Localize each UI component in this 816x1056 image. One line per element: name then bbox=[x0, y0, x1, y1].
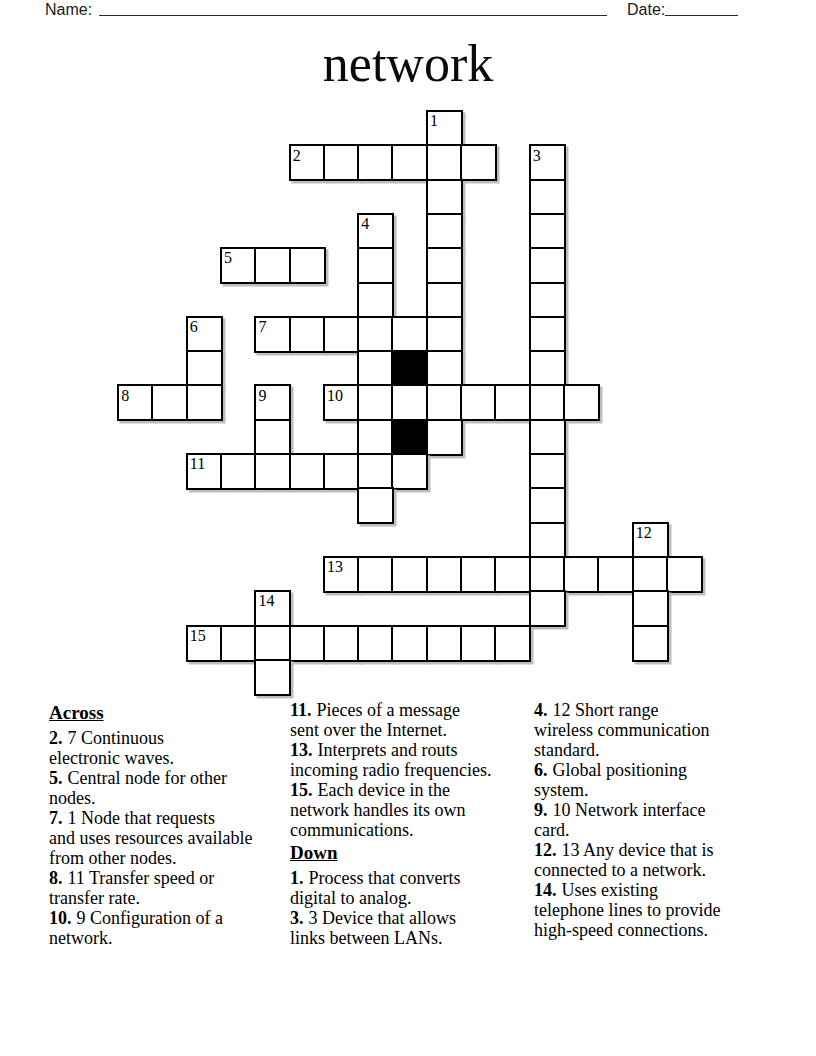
grid-cell[interactable] bbox=[357, 453, 394, 490]
grid-cell[interactable] bbox=[426, 625, 463, 662]
grid-cell[interactable] bbox=[289, 625, 326, 662]
grid-cell[interactable] bbox=[632, 590, 669, 627]
grid-cell[interactable] bbox=[632, 522, 669, 559]
grid-cell[interactable] bbox=[391, 556, 428, 593]
date-blank-line bbox=[665, 0, 738, 16]
grid-cell[interactable] bbox=[632, 556, 669, 593]
clue-number: 6. bbox=[534, 760, 548, 780]
clue: 13.Interprets and routs incoming radio f… bbox=[290, 740, 532, 780]
clue-text: Uses existing telephone lines to provide… bbox=[534, 880, 720, 940]
grid-cell[interactable] bbox=[254, 419, 291, 456]
grid-cell[interactable] bbox=[254, 316, 291, 353]
grid-cell[interactable] bbox=[426, 282, 463, 319]
grid-cell[interactable] bbox=[529, 144, 566, 181]
grid-cell[interactable] bbox=[186, 316, 223, 353]
date-label: Date: bbox=[627, 1, 665, 19]
grid-cell[interactable] bbox=[632, 625, 669, 662]
grid-cell[interactable] bbox=[323, 316, 360, 353]
grid-cell[interactable] bbox=[323, 144, 360, 181]
clue-number: 7. bbox=[49, 808, 63, 828]
clue-number: 15. bbox=[290, 780, 313, 800]
grid-cell[interactable] bbox=[426, 144, 463, 181]
grid-cell[interactable] bbox=[289, 316, 326, 353]
grid-cell[interactable] bbox=[426, 316, 463, 353]
grid-cell[interactable] bbox=[529, 419, 566, 456]
grid-cell[interactable] bbox=[391, 316, 428, 353]
clue-text: 7 Continuous electronic waves. bbox=[49, 728, 174, 768]
grid-cell[interactable] bbox=[426, 213, 463, 250]
clue: 15.Each device in the network handles it… bbox=[290, 780, 532, 840]
clue-number: 10. bbox=[49, 908, 72, 928]
clue: 8.11 Transfer speed or transfer rate. bbox=[49, 868, 291, 908]
grid-cell[interactable] bbox=[357, 316, 394, 353]
grid-cell[interactable] bbox=[391, 144, 428, 181]
clue-number: 3. bbox=[290, 908, 304, 928]
clue-text: 3 Device that allows links between LANs. bbox=[290, 908, 456, 948]
grid-cell-black bbox=[391, 419, 428, 456]
clue-text: 10 Network interface card. bbox=[534, 800, 705, 840]
grid-cell[interactable] bbox=[460, 144, 497, 181]
clue-number: 5. bbox=[49, 768, 63, 788]
grid-cell[interactable] bbox=[186, 625, 223, 662]
grid-cell[interactable] bbox=[357, 350, 394, 387]
clue-number: 1. bbox=[290, 868, 304, 888]
grid-cell[interactable] bbox=[254, 247, 291, 284]
grid-cell[interactable] bbox=[529, 556, 566, 593]
grid-cell[interactable] bbox=[426, 419, 463, 456]
grid-cell[interactable] bbox=[357, 213, 394, 250]
clue-text: Interprets and routs incoming radio freq… bbox=[290, 740, 491, 780]
clue-text: 11 Transfer speed or transfer rate. bbox=[49, 868, 214, 908]
grid-cell[interactable] bbox=[254, 384, 291, 421]
clue-text: Each device in the network handles its o… bbox=[290, 780, 465, 840]
grid-cell[interactable] bbox=[529, 316, 566, 353]
grid-cell[interactable] bbox=[666, 556, 703, 593]
puzzle-title: network bbox=[0, 38, 816, 90]
clue-number: 8. bbox=[49, 868, 63, 888]
grid-cell[interactable] bbox=[426, 179, 463, 216]
grid-cell[interactable] bbox=[563, 556, 600, 593]
grid-cell[interactable] bbox=[529, 213, 566, 250]
grid-cell[interactable] bbox=[426, 247, 463, 284]
clue-list-header: Down bbox=[290, 842, 532, 864]
grid-cell[interactable] bbox=[529, 590, 566, 627]
grid-cell[interactable] bbox=[289, 144, 326, 181]
grid-cell[interactable] bbox=[357, 487, 394, 524]
grid-cell[interactable] bbox=[391, 625, 428, 662]
grid-cell[interactable] bbox=[357, 282, 394, 319]
grid-cell[interactable] bbox=[323, 384, 360, 421]
grid-cell[interactable] bbox=[186, 350, 223, 387]
grid-cell[interactable] bbox=[289, 453, 326, 490]
grid-cell[interactable] bbox=[529, 350, 566, 387]
clue: 1.Process that converts digital to analo… bbox=[290, 868, 532, 908]
grid-cell[interactable] bbox=[529, 282, 566, 319]
clue-text: Global positioning system. bbox=[534, 760, 687, 800]
clue-number: 4. bbox=[534, 700, 548, 720]
grid-cell[interactable] bbox=[323, 625, 360, 662]
grid-cell[interactable] bbox=[494, 625, 531, 662]
grid-cell[interactable] bbox=[357, 247, 394, 284]
clue-column-right: 4.12 Short range wireless communication … bbox=[534, 700, 776, 940]
clue: 11.Pieces of a message sent over the Int… bbox=[290, 700, 532, 740]
crossword-grid: 123456789101112131415 bbox=[117, 110, 703, 696]
grid-cell[interactable] bbox=[391, 453, 428, 490]
clue-text: 12 Short range wireless communication st… bbox=[534, 700, 709, 760]
grid-cell[interactable] bbox=[151, 384, 188, 421]
grid-cell[interactable] bbox=[357, 625, 394, 662]
grid-cell[interactable] bbox=[460, 625, 497, 662]
clue-column-middle: 11.Pieces of a message sent over the Int… bbox=[290, 700, 532, 948]
clue: 7.1 Node that requests and uses resource… bbox=[49, 808, 291, 868]
clue-list-header: Across bbox=[49, 702, 291, 724]
clue: 2.7 Continuous electronic waves. bbox=[49, 728, 291, 768]
clue-column-left: Across2.7 Continuous electronic waves.5.… bbox=[49, 700, 291, 948]
name-date-header: Name: Date: bbox=[0, 0, 816, 22]
grid-cell[interactable] bbox=[460, 384, 497, 421]
clue-number: 14. bbox=[534, 880, 557, 900]
clue: 10.9 Configuration of a network. bbox=[49, 908, 291, 948]
grid-cell[interactable] bbox=[426, 384, 463, 421]
clue: 4.12 Short range wireless communication … bbox=[534, 700, 776, 760]
grid-cell[interactable] bbox=[529, 453, 566, 490]
grid-cell[interactable] bbox=[529, 247, 566, 284]
grid-cell[interactable] bbox=[254, 590, 291, 627]
clue: 12.13 Any device that is connected to a … bbox=[534, 840, 776, 880]
grid-cell[interactable] bbox=[460, 556, 497, 593]
grid-cell[interactable] bbox=[117, 384, 154, 421]
clue-text: Central node for other nodes. bbox=[49, 768, 227, 808]
clue-text: 1 Node that requests and uses resources … bbox=[49, 808, 252, 868]
name-label: Name: bbox=[45, 1, 92, 19]
clue: 5.Central node for other nodes. bbox=[49, 768, 291, 808]
grid-cell[interactable] bbox=[357, 384, 394, 421]
grid-cell[interactable] bbox=[529, 179, 566, 216]
grid-cell[interactable] bbox=[426, 556, 463, 593]
grid-cell[interactable] bbox=[186, 384, 223, 421]
grid-cell[interactable] bbox=[357, 556, 394, 593]
clue-number: 12. bbox=[534, 840, 557, 860]
clue: 9.10 Network interface card. bbox=[534, 800, 776, 840]
grid-cell[interactable] bbox=[254, 659, 291, 696]
grid-cell[interactable] bbox=[254, 625, 291, 662]
grid-cell[interactable] bbox=[357, 144, 394, 181]
clue: 14.Uses existing telephone lines to prov… bbox=[534, 880, 776, 940]
clue: 3.3 Device that allows links between LAN… bbox=[290, 908, 532, 948]
grid-cell[interactable] bbox=[563, 384, 600, 421]
grid-cell[interactable] bbox=[426, 110, 463, 147]
grid-cell[interactable] bbox=[357, 419, 394, 456]
grid-cell[interactable] bbox=[529, 487, 566, 524]
worksheet-page: Name: Date: network 12345678910111213141… bbox=[0, 0, 816, 1056]
grid-cell[interactable] bbox=[391, 384, 428, 421]
grid-cell[interactable] bbox=[494, 556, 531, 593]
grid-cell[interactable] bbox=[323, 556, 360, 593]
grid-cell[interactable] bbox=[529, 522, 566, 559]
clue-number: 13. bbox=[290, 740, 313, 760]
grid-cell[interactable] bbox=[220, 625, 257, 662]
grid-cell[interactable] bbox=[254, 453, 291, 490]
clue-text: 9 Configuration of a network. bbox=[49, 908, 223, 948]
grid-cell[interactable] bbox=[323, 453, 360, 490]
clue-text: 13 Any device that is connected to a net… bbox=[534, 840, 713, 880]
grid-cell[interactable] bbox=[220, 453, 257, 490]
grid-cell[interactable] bbox=[426, 350, 463, 387]
grid-cell[interactable] bbox=[186, 453, 223, 490]
clue-text: Process that converts digital to analog. bbox=[290, 868, 460, 908]
grid-cell[interactable] bbox=[529, 384, 566, 421]
clue-text: Pieces of a message sent over the Intern… bbox=[290, 700, 460, 740]
clue: 6.Global positioning system. bbox=[534, 760, 776, 800]
grid-cell-black bbox=[391, 350, 428, 387]
grid-cell[interactable] bbox=[220, 247, 257, 284]
name-blank-line bbox=[99, 0, 607, 16]
clue-number: 11. bbox=[290, 700, 312, 720]
grid-cell[interactable] bbox=[494, 384, 531, 421]
clue-number: 9. bbox=[534, 800, 548, 820]
grid-cell[interactable] bbox=[289, 247, 326, 284]
grid-cell[interactable] bbox=[597, 556, 634, 593]
clue-number: 2. bbox=[49, 728, 63, 748]
